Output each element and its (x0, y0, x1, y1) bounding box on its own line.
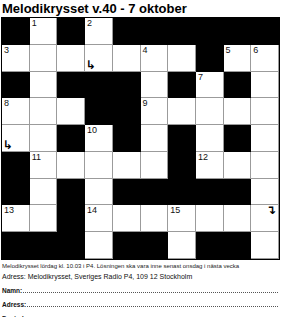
cell-r7c3-block (57, 179, 85, 206)
clue-number-2: 2 (87, 18, 92, 28)
cell-r3c6[interactable] (141, 72, 169, 99)
cell-r7c9-block (224, 179, 252, 206)
name-label: Namn: (2, 287, 22, 294)
cell-r9c1-block (2, 232, 30, 259)
cell-r5c1[interactable]: ↳ (2, 125, 30, 152)
clue-number-14: 14 (87, 205, 97, 215)
cell-r1c3-block (57, 18, 85, 45)
cell-r1c2[interactable]: 1 (30, 18, 58, 45)
cell-r7c4[interactable] (85, 179, 113, 206)
down-right-arrow-icon: ↳ (3, 139, 13, 151)
cell-r3c2[interactable] (30, 72, 58, 99)
cell-r2c7[interactable] (168, 45, 196, 72)
cell-r2c5[interactable] (113, 45, 141, 72)
cell-r5c7-block (168, 125, 196, 152)
cell-r6c8[interactable]: 12 (196, 152, 224, 179)
cell-r3c4-block (85, 72, 113, 99)
cell-r2c6[interactable]: 4 (141, 45, 169, 72)
cell-r4c1[interactable]: 8 (2, 98, 30, 125)
cell-r6c2[interactable]: 11 (30, 152, 58, 179)
crossword-grid: 123↳456789↳101112131415↴ (1, 17, 280, 260)
clue-number-9: 9 (143, 98, 148, 108)
clue-number-15: 15 (170, 205, 180, 215)
address-input-line[interactable] (27, 305, 278, 307)
cell-r4c4-block (85, 98, 113, 125)
cell-r9c8-block (196, 232, 224, 259)
cell-r1c6-block (141, 18, 169, 45)
cell-r5c8[interactable] (196, 125, 224, 152)
cell-r8c5[interactable] (113, 205, 141, 232)
cell-r8c9[interactable] (224, 205, 252, 232)
cell-r5c5-block (113, 125, 141, 152)
clue-number-8: 8 (4, 98, 9, 108)
cell-r3c1-block (2, 72, 30, 99)
clue-number-1: 1 (32, 18, 37, 28)
cell-r7c7-block (168, 179, 196, 206)
broadcast-info-text: Melodikrysset lördag kl. 10.03 i P4. Lös… (2, 263, 278, 269)
cell-r1c7-block (168, 18, 196, 45)
cell-r6c4[interactable] (85, 152, 113, 179)
clue-number-3: 3 (4, 45, 9, 55)
cell-r2c2[interactable] (30, 45, 58, 72)
cell-r6c10[interactable] (251, 152, 279, 179)
cell-r2c1[interactable]: 3 (2, 45, 30, 72)
cell-r6c7-block (168, 152, 196, 179)
cell-r3c10[interactable] (251, 72, 279, 99)
cell-r6c5[interactable] (113, 152, 141, 179)
page-title: Melodikrysset v.40 - 7 oktober (2, 1, 187, 16)
cell-r8c1[interactable]: 13 (2, 205, 30, 232)
cell-r3c3-block (57, 72, 85, 99)
clue-number-11: 11 (32, 152, 41, 162)
cell-r1c5-block (113, 18, 141, 45)
cell-r9c4[interactable] (85, 232, 113, 259)
cell-r4c9[interactable] (224, 98, 252, 125)
cell-r7c6-block (141, 179, 169, 206)
cell-r4c5-block (113, 98, 141, 125)
cell-r1c4[interactable]: 2 (85, 18, 113, 45)
cell-r9c3-block (57, 232, 85, 259)
cell-r3c8[interactable]: 7 (196, 72, 224, 99)
cell-r1c8-block (196, 18, 224, 45)
right-down-arrow-icon: ↴ (266, 204, 276, 216)
cell-r9c7[interactable] (168, 232, 196, 259)
cell-r5c10[interactable] (251, 125, 279, 152)
cell-r4c7[interactable] (168, 98, 196, 125)
cell-r5c4[interactable]: 10 (85, 125, 113, 152)
cell-r7c8-block (196, 179, 224, 206)
clue-number-5: 5 (226, 45, 231, 55)
clue-number-4: 4 (143, 45, 148, 55)
address-field-row: Adress: (2, 300, 278, 308)
cell-r9c9-block (224, 232, 252, 259)
cell-r2c8-block (196, 45, 224, 72)
clue-number-7: 7 (198, 72, 203, 82)
cell-r8c3-block (57, 205, 85, 232)
name-field-row: Namn: (2, 286, 278, 294)
clue-number-10: 10 (87, 125, 97, 135)
cell-r1c1-block (2, 18, 30, 45)
cell-r6c6[interactable] (141, 152, 169, 179)
cell-r6c3[interactable] (57, 152, 85, 179)
clue-number-13: 13 (4, 205, 14, 215)
cell-r3c9-block (224, 72, 252, 99)
down-right-arrow-icon: ↳ (86, 59, 96, 71)
name-input-line[interactable] (23, 291, 278, 293)
cell-r8c7[interactable]: 15 (168, 205, 196, 232)
cell-r7c1-block (2, 179, 30, 206)
cell-r3c7-block (168, 72, 196, 99)
clue-number-6: 6 (253, 45, 258, 55)
cell-r2c4[interactable]: ↳ (85, 45, 113, 72)
cell-r8c2[interactable] (30, 205, 58, 232)
cell-r6c1-block (2, 152, 30, 179)
cell-r8c6[interactable] (141, 205, 169, 232)
cell-r5c2[interactable] (30, 125, 58, 152)
cell-r1c10-block (251, 18, 279, 45)
cell-r3c5-block (113, 72, 141, 99)
cell-r9c5-block (113, 232, 141, 259)
cell-r5c6[interactable] (141, 125, 169, 152)
cell-r7c2[interactable] (30, 179, 58, 206)
cell-r5c9-block (224, 125, 252, 152)
cell-r4c8[interactable] (196, 98, 224, 125)
footer: Melodikrysset lördag kl. 10.03 i P4. Lös… (2, 261, 278, 317)
cell-r7c10[interactable] (251, 179, 279, 206)
cell-r9c10[interactable] (251, 232, 279, 259)
cell-r8c8[interactable] (196, 205, 224, 232)
cell-r7c5-block (113, 179, 141, 206)
cell-r4c3[interactable] (57, 98, 85, 125)
cell-r8c4[interactable]: 14 (85, 205, 113, 232)
cell-r9c2-block (30, 232, 58, 259)
cell-r4c6[interactable]: 9 (141, 98, 169, 125)
cell-r2c9[interactable]: 5 (224, 45, 252, 72)
cell-r2c3[interactable] (57, 45, 85, 72)
cell-r4c2[interactable] (30, 98, 58, 125)
cell-r6c9[interactable] (224, 152, 252, 179)
cell-r9c6-block (141, 232, 169, 259)
address-label: Adress: (2, 301, 26, 308)
mail-address-text: Adress: Melodikrysset, Sveriges Radio P4… (2, 273, 278, 280)
cell-r5c3-block (57, 125, 85, 152)
cell-r4c10[interactable] (251, 98, 279, 125)
cell-r2c10[interactable]: 6 (251, 45, 279, 72)
clue-number-12: 12 (198, 152, 208, 162)
cell-r8c10[interactable]: ↴ (251, 205, 279, 232)
cell-r1c9-block (224, 18, 252, 45)
